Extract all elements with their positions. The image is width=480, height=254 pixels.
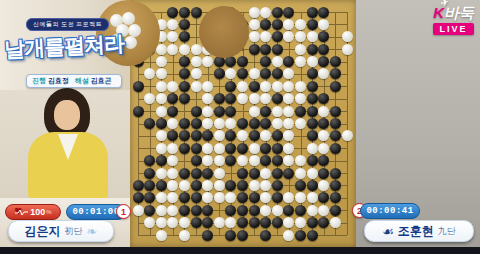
black-stone [167, 93, 178, 104]
black-stone [133, 106, 144, 117]
black-stone [237, 217, 248, 228]
black-stone [307, 68, 318, 79]
white-stone [156, 56, 167, 67]
white-stone [260, 192, 271, 203]
left-player-rank: 初단 [65, 225, 83, 238]
white-stone [318, 180, 329, 191]
black-stone [144, 180, 155, 191]
black-stone [167, 106, 178, 117]
black-stone [272, 217, 283, 228]
black-stone [307, 217, 318, 228]
white-stone [272, 205, 283, 216]
black-stone [318, 56, 329, 67]
white-stone [156, 81, 167, 92]
white-stone [214, 192, 225, 203]
white-stone [214, 217, 225, 228]
black-stone [133, 180, 144, 191]
white-stone [249, 93, 260, 104]
white-stone [272, 81, 283, 92]
black-stone [249, 168, 260, 179]
black-stone [249, 118, 260, 129]
white-stone [191, 56, 202, 67]
white-stone [202, 192, 213, 203]
white-stone [272, 106, 283, 117]
black-stone [225, 130, 236, 141]
commentator-label: 해설 [75, 77, 89, 84]
black-stone [156, 180, 167, 191]
black-stone [179, 93, 190, 104]
white-stone [167, 19, 178, 30]
black-stone [237, 230, 248, 241]
white-stone [307, 31, 318, 42]
black-stone [144, 168, 155, 179]
heart-icon [14, 206, 28, 218]
black-stone [225, 81, 236, 92]
white-stone [249, 7, 260, 18]
black-stone [156, 155, 167, 166]
black-stone [318, 155, 329, 166]
black-stone [144, 155, 155, 166]
black-stone [225, 180, 236, 191]
black-stone [191, 168, 202, 179]
black-stone [179, 7, 190, 18]
right-player-clock: 00:00:41 [360, 203, 420, 219]
black-stone [307, 230, 318, 241]
black-stone [179, 68, 190, 79]
white-stone [202, 143, 213, 154]
white-stone [295, 44, 306, 55]
white-stone [156, 143, 167, 154]
white-stone [283, 93, 294, 104]
white-stone [295, 19, 306, 30]
black-stone [191, 130, 202, 141]
white-stone [167, 168, 178, 179]
white-stone [342, 44, 353, 55]
left-player-face [54, 100, 80, 130]
black-stone [260, 230, 271, 241]
white-stone [283, 230, 294, 241]
white-stone [156, 217, 167, 228]
white-stone [144, 68, 155, 79]
black-stone [272, 68, 283, 79]
white-stone [167, 44, 178, 55]
black-stone [191, 180, 202, 191]
black-stone [249, 192, 260, 203]
white-stone [307, 56, 318, 67]
white-stone [295, 118, 306, 129]
black-stone [330, 205, 341, 216]
left-player-order-badge: 1 [116, 204, 131, 219]
black-stone [202, 168, 213, 179]
black-stone [295, 230, 306, 241]
white-stone [283, 130, 294, 141]
black-stone [202, 130, 213, 141]
white-stone [237, 93, 248, 104]
black-stone [307, 155, 318, 166]
black-stone [260, 155, 271, 166]
black-stone [307, 7, 318, 18]
black-stone [307, 44, 318, 55]
white-stone [167, 143, 178, 154]
white-stone [156, 130, 167, 141]
white-stone [167, 192, 178, 203]
black-stone [191, 155, 202, 166]
white-stone [260, 31, 271, 42]
live-badge: LIVE [433, 23, 474, 35]
black-stone [237, 56, 248, 67]
black-stone [225, 143, 236, 154]
white-stone [295, 155, 306, 166]
black-stone [191, 205, 202, 216]
black-stone [237, 192, 248, 203]
black-stone [260, 68, 271, 79]
black-stone [167, 130, 178, 141]
letterbox-bar [0, 247, 480, 254]
white-stone [260, 130, 271, 141]
black-stone [179, 143, 190, 154]
white-stone [283, 118, 294, 129]
black-stone [330, 143, 341, 154]
white-stone [191, 68, 202, 79]
white-stone [260, 7, 271, 18]
black-stone [260, 106, 271, 117]
white-stone [237, 81, 248, 92]
white-stone [260, 180, 271, 191]
white-stone [202, 180, 213, 191]
black-stone [225, 155, 236, 166]
white-stone [283, 217, 294, 228]
white-stone [156, 192, 167, 203]
white-stone [342, 130, 353, 141]
host-name: 김효정 [48, 77, 69, 84]
black-stone [330, 130, 341, 141]
white-stone [318, 106, 329, 117]
black-stone [272, 44, 283, 55]
black-stone [144, 118, 155, 129]
black-stone [272, 180, 283, 191]
white-stone [295, 81, 306, 92]
black-stone [156, 118, 167, 129]
white-stone [318, 130, 329, 141]
black-stone [260, 19, 271, 30]
white-stone [318, 205, 329, 216]
black-stone [191, 118, 202, 129]
black-stone [272, 155, 283, 166]
black-stone [283, 168, 294, 179]
white-stone [214, 130, 225, 141]
heart-rate-capsule: 100 % [5, 204, 61, 220]
white-stone [225, 192, 236, 203]
white-stone [295, 192, 306, 203]
black-stone [191, 192, 202, 203]
white-stone [295, 31, 306, 42]
wing-icon: ☙ [382, 224, 394, 239]
black-stone [307, 93, 318, 104]
white-stone [202, 106, 213, 117]
black-stone [318, 31, 329, 42]
white-stone [156, 68, 167, 79]
left-player-nameplate: 김은지 初단 ❧ [8, 220, 114, 242]
right-player-rank: 九단 [438, 225, 456, 238]
black-stone [191, 7, 202, 18]
commentator-name: 김효곤 [91, 77, 112, 84]
black-stone [272, 168, 283, 179]
black-stone [249, 81, 260, 92]
white-stone [214, 143, 225, 154]
black-stone [272, 19, 283, 30]
black-stone [202, 230, 213, 241]
white-stone [295, 217, 306, 228]
black-stone [272, 31, 283, 42]
white-stone [283, 19, 294, 30]
channel-logo: ✈ K바둑 LIVE [433, 4, 474, 35]
black-stone [225, 230, 236, 241]
white-stone [214, 168, 225, 179]
white-stone [272, 56, 283, 67]
black-stone [249, 44, 260, 55]
white-stone [144, 217, 155, 228]
white-stone [295, 93, 306, 104]
black-stone [318, 217, 329, 228]
white-stone [156, 205, 167, 216]
black-stone [179, 56, 190, 67]
white-stone [307, 205, 318, 216]
black-stone [272, 143, 283, 154]
heart-rate-unit: % [46, 209, 51, 215]
white-stone [179, 180, 190, 191]
white-stone [283, 155, 294, 166]
black-stone [237, 143, 248, 154]
black-stone [307, 19, 318, 30]
black-stone [237, 205, 248, 216]
white-stone [249, 155, 260, 166]
black-stone [144, 192, 155, 203]
black-stone [307, 81, 318, 92]
black-stone [214, 106, 225, 117]
black-stone [237, 68, 248, 79]
black-stone [260, 56, 271, 67]
black-stone [272, 130, 283, 141]
black-stone [179, 192, 190, 203]
white-stone [237, 130, 248, 141]
black-stone [249, 217, 260, 228]
black-stone [179, 19, 190, 30]
black-stone [318, 44, 329, 55]
host-label: 진행 [32, 77, 46, 84]
black-stone [318, 7, 329, 18]
black-stone [237, 118, 248, 129]
black-stone [225, 205, 236, 216]
black-stone [249, 130, 260, 141]
black-stone [202, 217, 213, 228]
black-stone [214, 93, 225, 104]
white-stone [202, 56, 213, 67]
black-stone [179, 130, 190, 141]
white-stone [214, 155, 225, 166]
white-stone [167, 180, 178, 191]
channel-name: ✈ K바둑 [433, 4, 474, 23]
black-stone [237, 180, 248, 191]
white-stone [307, 192, 318, 203]
credits-pill: 진행 김효정 해설 김효곤 [26, 74, 122, 88]
white-stone [179, 44, 190, 55]
white-stone [283, 143, 294, 154]
white-stone [249, 68, 260, 79]
broadcast-frame: 신예들의 도전 프로젝트 날개를펼쳐라 진행 김효정 해설 김효곤 ✈ K바둑 … [0, 0, 480, 254]
black-stone [272, 192, 283, 203]
black-stone [249, 205, 260, 216]
white-stone [202, 81, 213, 92]
black-stone [191, 143, 202, 154]
black-stone [283, 7, 294, 18]
black-stone [225, 106, 236, 117]
black-stone [179, 81, 190, 92]
white-stone [318, 143, 329, 154]
white-stone [295, 56, 306, 67]
white-stone [318, 19, 329, 30]
black-stone [202, 205, 213, 216]
right-player-name: 조훈현 [398, 223, 434, 240]
black-stone [330, 118, 341, 129]
white-stone [214, 180, 225, 191]
black-stone [260, 44, 271, 55]
white-stone [156, 93, 167, 104]
black-stone [330, 168, 341, 179]
black-stone [272, 93, 283, 104]
wing-icon: ❧ [87, 224, 98, 239]
black-stone [295, 205, 306, 216]
white-stone [283, 68, 294, 79]
white-stone [156, 230, 167, 241]
white-stone [307, 143, 318, 154]
ecg-line-icon [15, 209, 28, 216]
white-stone [202, 155, 213, 166]
white-stone [214, 118, 225, 129]
program-title: 날개를펼쳐라 [3, 28, 144, 63]
black-stone [318, 118, 329, 129]
white-stone [260, 93, 271, 104]
heart-rate-value: 100 [30, 207, 45, 217]
white-stone [133, 205, 144, 216]
black-stone [167, 7, 178, 18]
white-stone [260, 168, 271, 179]
black-stone [179, 118, 190, 129]
black-stone [260, 118, 271, 129]
white-stone [260, 81, 271, 92]
white-stone [225, 118, 236, 129]
black-stone [330, 56, 341, 67]
black-stone [260, 217, 271, 228]
black-stone [144, 205, 155, 216]
white-stone [144, 93, 155, 104]
white-stone [156, 106, 167, 117]
white-stone [167, 205, 178, 216]
black-stone [318, 192, 329, 203]
black-stone [283, 205, 294, 216]
white-stone [272, 118, 283, 129]
program-logo: 신예들의 도전 프로젝트 날개를펼쳐라 진행 김효정 해설 김효곤 [4, 12, 144, 88]
white-stone [249, 19, 260, 30]
white-stone [167, 31, 178, 42]
black-stone [179, 168, 190, 179]
black-stone [237, 168, 248, 179]
black-stone [307, 130, 318, 141]
white-stone [167, 155, 178, 166]
white-stone [249, 180, 260, 191]
white-stone [225, 68, 236, 79]
white-stone [330, 217, 341, 228]
black-stone [283, 56, 294, 67]
black-stone [330, 68, 341, 79]
white-stone [167, 118, 178, 129]
white-stone [167, 81, 178, 92]
program-subtitle-pill: 신예들의 도전 프로젝트 [26, 18, 109, 31]
black-stone [295, 180, 306, 191]
black-stone [307, 106, 318, 117]
white-stone [202, 93, 213, 104]
white-stone [283, 31, 294, 42]
black-stone [214, 68, 225, 79]
black-stone [330, 180, 341, 191]
white-stone [156, 168, 167, 179]
white-stone [342, 31, 353, 42]
black-stone [330, 192, 341, 203]
bowl-interior [199, 6, 249, 58]
white-stone [249, 106, 260, 117]
white-stone [237, 155, 248, 166]
black-stone [307, 118, 318, 129]
white-stone [249, 143, 260, 154]
white-stone [249, 31, 260, 42]
black-stone [260, 143, 271, 154]
white-stone [283, 192, 294, 203]
black-stone [179, 31, 190, 42]
black-stone [272, 7, 283, 18]
white-stone [283, 81, 294, 92]
white-stone [167, 217, 178, 228]
white-stone [179, 230, 190, 241]
white-stone [225, 217, 236, 228]
white-stone [283, 106, 294, 117]
black-stone [318, 93, 329, 104]
black-stone [191, 217, 202, 228]
white-stone [191, 81, 202, 92]
black-stone [179, 205, 190, 216]
white-stone [179, 217, 190, 228]
black-stone [295, 106, 306, 117]
black-stone [191, 106, 202, 117]
black-stone [225, 93, 236, 104]
white-stone [202, 118, 213, 129]
black-stone [330, 81, 341, 92]
white-stone [307, 168, 318, 179]
right-player-nameplate: ☙ 조훈현 九단 [364, 220, 474, 242]
black-stone [318, 168, 329, 179]
white-stone [260, 205, 271, 216]
white-stone [191, 44, 202, 55]
white-stone [295, 168, 306, 179]
left-player-name: 김은지 [25, 223, 61, 240]
black-stone [307, 180, 318, 191]
black-stone [330, 106, 341, 117]
black-stone [133, 192, 144, 203]
white-stone [318, 68, 329, 79]
